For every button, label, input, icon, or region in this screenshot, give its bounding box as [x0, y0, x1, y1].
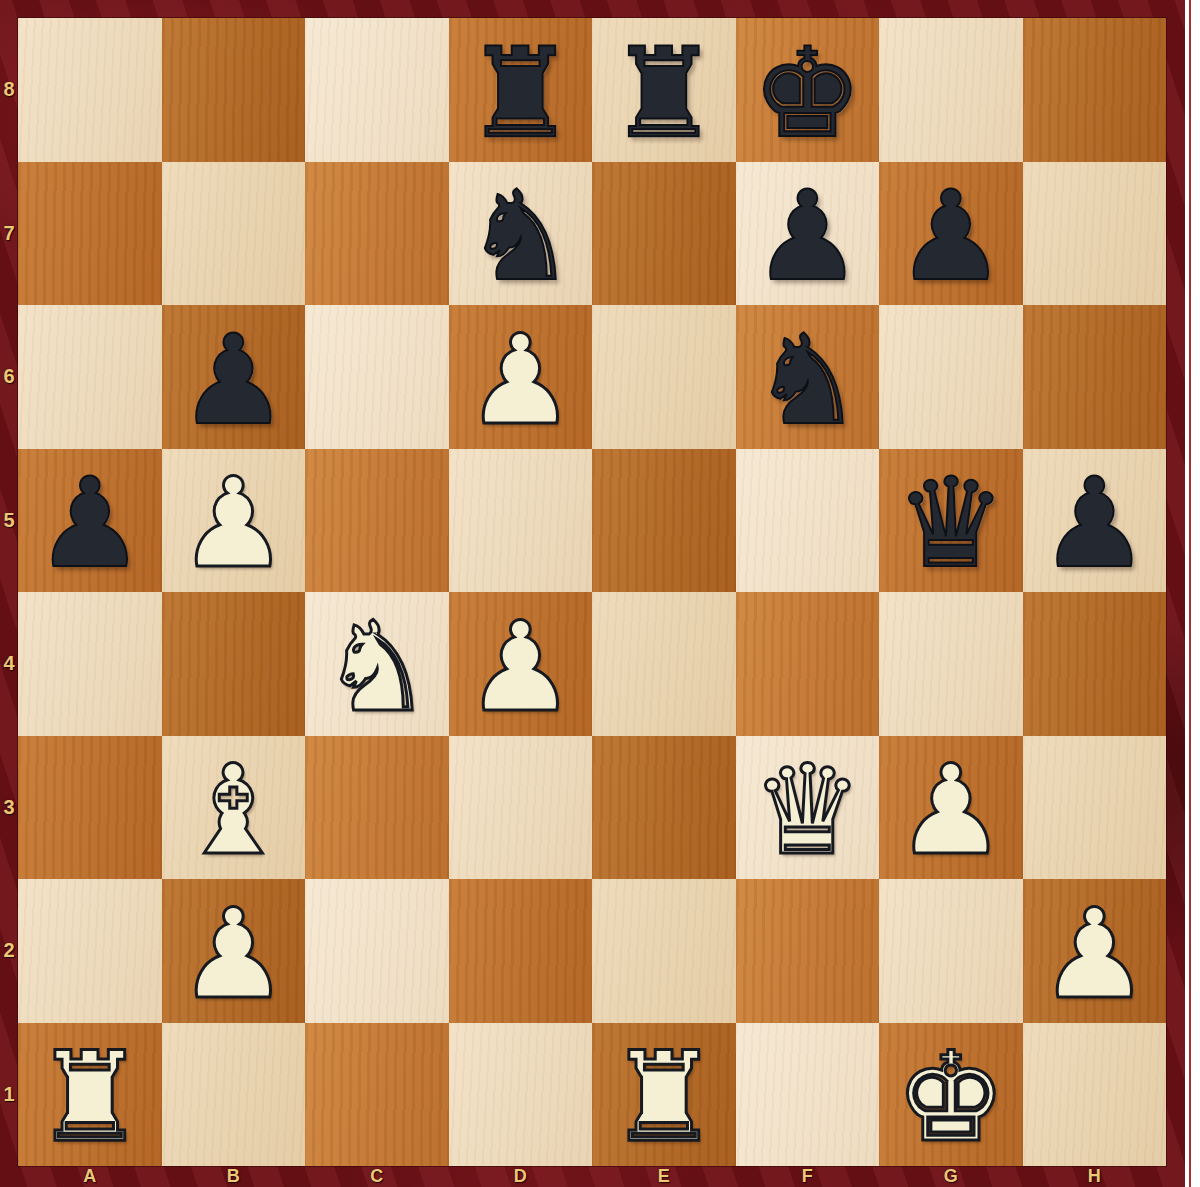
white-pawn-h2[interactable]: ♟ [1039, 892, 1150, 1016]
square-h6[interactable] [1023, 305, 1167, 449]
white-pawn-g3[interactable]: ♟ [895, 748, 1006, 872]
square-g3[interactable]: ♟ [879, 736, 1023, 880]
square-h3[interactable] [1023, 736, 1167, 880]
white-rook-a1[interactable]: ♜ [34, 1035, 145, 1159]
file-label-g: G [879, 1166, 1023, 1187]
black-rook-e8[interactable]: ♜ [608, 31, 719, 155]
chess-board[interactable]: ♜♜♚♞♟♟♟♟♞♟♟♛♟♞♟♝♛♟♟♟♜♜♚ [18, 18, 1166, 1166]
square-g6[interactable] [879, 305, 1023, 449]
rank-label-2: 2 [0, 879, 18, 1023]
rank-label-7: 7 [0, 162, 18, 306]
square-e3[interactable] [592, 736, 736, 880]
rank-label-4: 4 [0, 592, 18, 736]
square-c2[interactable] [305, 879, 449, 1023]
square-a1[interactable]: ♜ [18, 1023, 162, 1167]
square-h1[interactable] [1023, 1023, 1167, 1167]
square-g2[interactable] [879, 879, 1023, 1023]
rank-label-3: 3 [0, 736, 18, 880]
square-e2[interactable] [592, 879, 736, 1023]
rank-label-5: 5 [0, 449, 18, 593]
black-pawn-a5[interactable]: ♟ [34, 461, 145, 585]
square-b7[interactable] [162, 162, 306, 306]
black-queen-g5[interactable]: ♛ [895, 461, 1006, 585]
square-c6[interactable] [305, 305, 449, 449]
square-h5[interactable]: ♟ [1023, 449, 1167, 593]
square-d2[interactable] [449, 879, 593, 1023]
black-pawn-f7[interactable]: ♟ [752, 174, 863, 298]
square-e5[interactable] [592, 449, 736, 593]
rank-labels: 87654321 [0, 18, 18, 1166]
file-label-b: B [162, 1166, 306, 1187]
square-f6[interactable]: ♞ [736, 305, 880, 449]
square-h4[interactable] [1023, 592, 1167, 736]
white-pawn-b2[interactable]: ♟ [178, 892, 289, 1016]
square-f4[interactable] [736, 592, 880, 736]
white-king-g1[interactable]: ♚ [895, 1035, 1006, 1159]
square-c8[interactable] [305, 18, 449, 162]
square-d1[interactable] [449, 1023, 593, 1167]
square-a4[interactable] [18, 592, 162, 736]
rank-label-1: 1 [0, 1023, 18, 1167]
square-d6[interactable]: ♟ [449, 305, 593, 449]
square-a7[interactable] [18, 162, 162, 306]
white-knight-c4[interactable]: ♞ [321, 605, 432, 729]
square-g5[interactable]: ♛ [879, 449, 1023, 593]
square-e7[interactable] [592, 162, 736, 306]
square-f2[interactable] [736, 879, 880, 1023]
square-d3[interactable] [449, 736, 593, 880]
square-b3[interactable]: ♝ [162, 736, 306, 880]
square-a6[interactable] [18, 305, 162, 449]
square-b5[interactable]: ♟ [162, 449, 306, 593]
square-f5[interactable] [736, 449, 880, 593]
square-c4[interactable]: ♞ [305, 592, 449, 736]
file-label-d: D [449, 1166, 593, 1187]
square-f8[interactable]: ♚ [736, 18, 880, 162]
white-bishop-b3[interactable]: ♝ [178, 748, 289, 872]
square-f7[interactable]: ♟ [736, 162, 880, 306]
square-a3[interactable] [18, 736, 162, 880]
black-rook-d8[interactable]: ♜ [465, 31, 576, 155]
square-e8[interactable]: ♜ [592, 18, 736, 162]
file-label-e: E [592, 1166, 736, 1187]
square-a5[interactable]: ♟ [18, 449, 162, 593]
square-a8[interactable] [18, 18, 162, 162]
file-label-h: H [1023, 1166, 1167, 1187]
file-label-a: A [18, 1166, 162, 1187]
square-d8[interactable]: ♜ [449, 18, 593, 162]
white-pawn-b5[interactable]: ♟ [178, 461, 289, 585]
square-b8[interactable] [162, 18, 306, 162]
square-g8[interactable] [879, 18, 1023, 162]
white-pawn-d4[interactable]: ♟ [465, 605, 576, 729]
square-h2[interactable]: ♟ [1023, 879, 1167, 1023]
file-label-c: C [305, 1166, 449, 1187]
black-knight-d7[interactable]: ♞ [465, 174, 576, 298]
square-c7[interactable] [305, 162, 449, 306]
square-h8[interactable] [1023, 18, 1167, 162]
rank-label-8: 8 [0, 18, 18, 162]
square-b4[interactable] [162, 592, 306, 736]
file-label-f: F [736, 1166, 880, 1187]
page: 87654321 ♜♜♚♞♟♟♟♟♞♟♟♛♟♞♟♝♛♟♟♟♜♜♚ ABCDEFG… [0, 0, 1200, 1187]
black-pawn-h5[interactable]: ♟ [1039, 461, 1150, 585]
square-c3[interactable] [305, 736, 449, 880]
square-h7[interactable] [1023, 162, 1167, 306]
rank-label-6: 6 [0, 305, 18, 449]
black-knight-f6[interactable]: ♞ [752, 318, 863, 442]
square-c1[interactable] [305, 1023, 449, 1167]
black-king-f8[interactable]: ♚ [752, 31, 863, 155]
black-pawn-g7[interactable]: ♟ [895, 174, 1006, 298]
square-c5[interactable] [305, 449, 449, 593]
square-b6[interactable]: ♟ [162, 305, 306, 449]
white-rook-e1[interactable]: ♜ [608, 1035, 719, 1159]
file-labels: ABCDEFGH [18, 1166, 1166, 1187]
square-d7[interactable]: ♞ [449, 162, 593, 306]
square-d5[interactable] [449, 449, 593, 593]
square-g7[interactable]: ♟ [879, 162, 1023, 306]
square-e1[interactable]: ♜ [592, 1023, 736, 1167]
square-b2[interactable]: ♟ [162, 879, 306, 1023]
page-background-strip [1185, 0, 1200, 1187]
black-pawn-b6[interactable]: ♟ [178, 318, 289, 442]
white-pawn-d6[interactable]: ♟ [465, 318, 576, 442]
board-edge-rule [1189, 0, 1191, 1187]
square-b1[interactable] [162, 1023, 306, 1167]
square-d4[interactable]: ♟ [449, 592, 593, 736]
square-a2[interactable] [18, 879, 162, 1023]
square-f3[interactable]: ♛ [736, 736, 880, 880]
square-e4[interactable] [592, 592, 736, 736]
square-f1[interactable] [736, 1023, 880, 1167]
square-g4[interactable] [879, 592, 1023, 736]
white-queen-f3[interactable]: ♛ [752, 748, 863, 872]
square-e6[interactable] [592, 305, 736, 449]
square-g1[interactable]: ♚ [879, 1023, 1023, 1167]
